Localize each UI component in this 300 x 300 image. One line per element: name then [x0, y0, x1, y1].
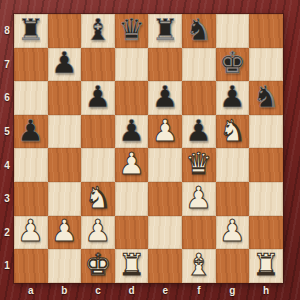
square-g4[interactable]	[216, 148, 250, 182]
white-knight-c3[interactable]: ♞	[85, 183, 112, 213]
file-label-text: e	[162, 285, 168, 296]
square-f7[interactable]	[182, 48, 216, 82]
square-g6[interactable]: ♟	[216, 81, 250, 115]
square-g7[interactable]: ♚	[216, 48, 250, 82]
square-c8[interactable]: ♝	[81, 14, 115, 48]
square-f1[interactable]: ♝	[182, 249, 216, 283]
rank-label-8: 8	[0, 14, 14, 48]
rank-label-text: 4	[4, 160, 10, 171]
square-f2[interactable]	[182, 216, 216, 250]
white-pawn-b2[interactable]: ♟	[51, 216, 78, 246]
square-f4[interactable]: ♛	[182, 148, 216, 182]
white-queen-f4[interactable]: ♛	[185, 149, 212, 179]
square-e2[interactable]	[148, 216, 182, 250]
square-d2[interactable]	[115, 216, 149, 250]
square-h2[interactable]	[249, 216, 283, 250]
file-label-text: a	[28, 285, 34, 296]
square-f3[interactable]: ♟	[182, 182, 216, 216]
square-a7[interactable]	[14, 48, 48, 82]
white-pawn-f3[interactable]: ♟	[185, 183, 212, 213]
square-b6[interactable]	[48, 81, 82, 115]
file-label-g: g	[216, 283, 250, 299]
white-pawn-d4[interactable]: ♟	[118, 149, 145, 179]
file-label-text: h	[263, 285, 269, 296]
file-label-a: a	[14, 283, 48, 299]
square-d5[interactable]: ♟	[115, 115, 149, 149]
black-rook-a8[interactable]: ♜	[17, 15, 44, 45]
black-pawn-b7[interactable]: ♟	[51, 48, 78, 78]
rank-label-2: 2	[0, 216, 14, 250]
square-b2[interactable]: ♟	[48, 216, 82, 250]
file-label-text: f	[197, 285, 200, 296]
square-e7[interactable]	[148, 48, 182, 82]
square-c4[interactable]	[81, 148, 115, 182]
square-f6[interactable]	[182, 81, 216, 115]
square-b5[interactable]	[48, 115, 82, 149]
square-h5[interactable]	[249, 115, 283, 149]
white-rook-h1[interactable]: ♜	[253, 250, 280, 280]
file-label-b: b	[48, 283, 82, 299]
rank-label-text: 2	[4, 227, 10, 238]
white-rook-d1[interactable]: ♜	[118, 250, 145, 280]
rank-label-text: 3	[4, 193, 10, 204]
square-h8[interactable]	[249, 14, 283, 48]
square-b1[interactable]	[48, 249, 82, 283]
square-a8[interactable]: ♜	[14, 14, 48, 48]
square-c1[interactable]: ♚	[81, 249, 115, 283]
square-f5[interactable]: ♟	[182, 115, 216, 149]
file-label-text: c	[95, 285, 101, 296]
rank-label-7: 7	[0, 48, 14, 82]
rank-label-text: 1	[4, 260, 10, 271]
square-d8[interactable]: ♛	[115, 14, 149, 48]
rank-label-4: 4	[0, 148, 14, 182]
black-pawn-g6[interactable]: ♟	[219, 82, 246, 112]
file-label-e: e	[148, 283, 182, 299]
square-d1[interactable]: ♜	[115, 249, 149, 283]
square-a4[interactable]	[14, 148, 48, 182]
square-b8[interactable]	[48, 14, 82, 48]
black-pawn-a5[interactable]: ♟	[17, 116, 44, 146]
square-a3[interactable]	[14, 182, 48, 216]
square-c5[interactable]	[81, 115, 115, 149]
rank-label-text: 7	[4, 59, 10, 70]
rank-label-5: 5	[0, 115, 14, 149]
square-d6[interactable]	[115, 81, 149, 115]
square-e5[interactable]: ♟	[148, 115, 182, 149]
square-h6[interactable]: ♞	[249, 81, 283, 115]
file-label-c: c	[81, 283, 115, 299]
white-pawn-g2[interactable]: ♟	[219, 216, 246, 246]
rank-label-6: 6	[0, 81, 14, 115]
rank-label-3: 3	[0, 182, 14, 216]
rank-label-1: 1	[0, 249, 14, 283]
black-queen-d8[interactable]: ♛	[118, 15, 145, 45]
black-rook-e8[interactable]: ♜	[152, 15, 179, 45]
square-e3[interactable]	[148, 182, 182, 216]
file-label-text: d	[129, 285, 135, 296]
square-a5[interactable]: ♟	[14, 115, 48, 149]
square-c2[interactable]: ♟	[81, 216, 115, 250]
white-pawn-a2[interactable]: ♟	[17, 216, 44, 246]
square-g5[interactable]: ♞	[216, 115, 250, 149]
square-g3[interactable]	[216, 182, 250, 216]
square-a2[interactable]: ♟	[14, 216, 48, 250]
square-g1[interactable]	[216, 249, 250, 283]
square-d7[interactable]	[115, 48, 149, 82]
square-b7[interactable]: ♟	[48, 48, 82, 82]
rank-label-text: 8	[4, 25, 10, 36]
square-a1[interactable]	[14, 249, 48, 283]
file-label-d: d	[115, 283, 149, 299]
square-c6[interactable]: ♟	[81, 81, 115, 115]
file-label-h: h	[249, 283, 283, 299]
square-d4[interactable]: ♟	[115, 148, 149, 182]
square-g8[interactable]	[216, 14, 250, 48]
rank-label-text: 6	[4, 92, 10, 103]
square-a6[interactable]	[14, 81, 48, 115]
chess-board: ♜♝♛♜♞♟♚♟♟♟♞♟♟♟♟♞♟♛♞♟♟♟♟♟♚♜♝♜	[14, 14, 283, 283]
rank-label-text: 5	[4, 126, 10, 137]
square-e6[interactable]: ♟	[148, 81, 182, 115]
black-bishop-c8[interactable]: ♝	[85, 15, 112, 45]
square-b4[interactable]	[48, 148, 82, 182]
black-knight-h6[interactable]: ♞	[253, 82, 280, 112]
white-bishop-f1[interactable]: ♝	[185, 250, 212, 280]
square-d3[interactable]	[115, 182, 149, 216]
file-label-text: g	[229, 285, 235, 296]
black-pawn-c6[interactable]: ♟	[85, 82, 112, 112]
square-c3[interactable]: ♞	[81, 182, 115, 216]
square-c7[interactable]	[81, 48, 115, 82]
square-h7[interactable]	[249, 48, 283, 82]
square-b3[interactable]	[48, 182, 82, 216]
white-knight-g5[interactable]: ♞	[219, 116, 246, 146]
black-pawn-f5[interactable]: ♟	[185, 116, 212, 146]
white-king-c1[interactable]: ♚	[85, 250, 112, 280]
square-h4[interactable]	[249, 148, 283, 182]
square-e4[interactable]	[148, 148, 182, 182]
square-e1[interactable]	[148, 249, 182, 283]
chess-board-frame: ♜♝♛♜♞♟♚♟♟♟♞♟♟♟♟♞♟♛♞♟♟♟♟♟♚♜♝♜ 87654321abc…	[0, 0, 300, 300]
white-pawn-e5[interactable]: ♟	[152, 116, 179, 146]
black-king-g7[interactable]: ♚	[219, 48, 246, 78]
square-g2[interactable]: ♟	[216, 216, 250, 250]
black-pawn-e6[interactable]: ♟	[152, 82, 179, 112]
file-label-f: f	[182, 283, 216, 299]
white-pawn-c2[interactable]: ♟	[85, 216, 112, 246]
square-f8[interactable]: ♞	[182, 14, 216, 48]
black-pawn-d5[interactable]: ♟	[118, 116, 145, 146]
file-label-text: b	[61, 285, 67, 296]
square-h1[interactable]: ♜	[249, 249, 283, 283]
square-h3[interactable]	[249, 182, 283, 216]
square-e8[interactable]: ♜	[148, 14, 182, 48]
black-knight-f8[interactable]: ♞	[185, 15, 212, 45]
